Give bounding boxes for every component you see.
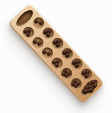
- stone: [46, 32, 52, 38]
- stone: [36, 40, 42, 46]
- stone: [55, 42, 61, 48]
- mancala-board: [9, 3, 105, 103]
- photo-background: [0, 0, 112, 113]
- stone: [46, 50, 52, 56]
- stone: [84, 73, 90, 79]
- stone: [26, 32, 32, 38]
- stone: [65, 53, 71, 59]
- stone: [37, 20, 43, 26]
- stone: [74, 63, 80, 69]
- stone: [54, 63, 60, 69]
- pit-grid: [18, 12, 96, 93]
